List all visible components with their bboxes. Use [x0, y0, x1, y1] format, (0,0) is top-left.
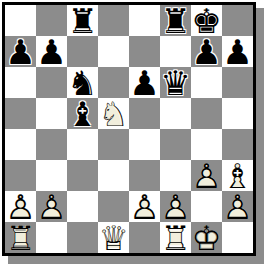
square-e5[interactable] [129, 98, 160, 129]
piece-black-pawn[interactable]: ♟ [191, 36, 222, 67]
square-e4[interactable] [129, 129, 160, 160]
king-icon: ♔ [191, 222, 222, 253]
piece-black-pawn[interactable]: ♟ [129, 67, 160, 98]
square-b2[interactable]: ♟♙ [36, 191, 67, 222]
pawn-icon: ♟ [36, 36, 67, 67]
piece-black-pawn[interactable]: ♟ [36, 36, 67, 67]
piece-black-rook[interactable]: ♜ [67, 5, 98, 36]
square-b4[interactable] [36, 129, 67, 160]
square-e8[interactable] [129, 5, 160, 36]
square-g6[interactable] [191, 67, 222, 98]
square-c4[interactable] [67, 129, 98, 160]
square-g7[interactable]: ♟ [191, 36, 222, 67]
chess-board: ♜♜♚♟♟♟♟♞♟♛♝♞♘♟♙♝♗♟♙♟♙♟♙♟♙♟♙♜♖♛♕♜♖♚♔ [5, 5, 253, 253]
square-c3[interactable] [67, 160, 98, 191]
piece-white-pawn[interactable]: ♟♙ [36, 191, 67, 222]
square-g3[interactable]: ♟♙ [191, 160, 222, 191]
square-g5[interactable] [191, 98, 222, 129]
queen-icon: ♕ [98, 222, 129, 253]
square-c8[interactable]: ♜ [67, 5, 98, 36]
square-d1[interactable]: ♛♕ [98, 222, 129, 253]
piece-white-queen[interactable]: ♛♕ [98, 222, 129, 253]
square-c2[interactable] [67, 191, 98, 222]
pawn-icon: ♟ [5, 36, 36, 67]
square-a6[interactable] [5, 67, 36, 98]
square-d4[interactable] [98, 129, 129, 160]
square-e6[interactable]: ♟ [129, 67, 160, 98]
square-e1[interactable] [129, 222, 160, 253]
rook-icon: ♖ [5, 222, 36, 253]
piece-white-rook[interactable]: ♜♖ [160, 222, 191, 253]
queen-icon: ♛ [160, 67, 191, 98]
piece-white-pawn[interactable]: ♟♙ [222, 191, 253, 222]
square-b1[interactable] [36, 222, 67, 253]
square-f8[interactable]: ♜ [160, 5, 191, 36]
piece-black-pawn[interactable]: ♟ [5, 36, 36, 67]
rook-icon: ♜ [67, 5, 98, 36]
pawn-icon: ♟ [129, 67, 160, 98]
square-c5[interactable]: ♝ [67, 98, 98, 129]
square-b7[interactable]: ♟ [36, 36, 67, 67]
square-h1[interactable] [222, 222, 253, 253]
rook-icon: ♜ [160, 5, 191, 36]
square-h5[interactable] [222, 98, 253, 129]
square-a1[interactable]: ♜♖ [5, 222, 36, 253]
chess-diagram: ♜♜♚♟♟♟♟♞♟♛♝♞♘♟♙♝♗♟♙♟♙♟♙♟♙♟♙♜♖♛♕♜♖♚♔ [0, 0, 264, 264]
piece-white-king[interactable]: ♚♔ [191, 222, 222, 253]
piece-white-rook[interactable]: ♜♖ [5, 222, 36, 253]
piece-black-pawn[interactable]: ♟ [222, 36, 253, 67]
square-d7[interactable] [98, 36, 129, 67]
pawn-icon: ♙ [36, 191, 67, 222]
square-c1[interactable] [67, 222, 98, 253]
pawn-icon: ♙ [222, 191, 253, 222]
piece-white-pawn[interactable]: ♟♙ [129, 191, 160, 222]
piece-black-bishop[interactable]: ♝ [67, 98, 98, 129]
square-a5[interactable] [5, 98, 36, 129]
pawn-icon: ♟ [191, 36, 222, 67]
square-b6[interactable] [36, 67, 67, 98]
square-h2[interactable]: ♟♙ [222, 191, 253, 222]
piece-white-pawn[interactable]: ♟♙ [191, 160, 222, 191]
piece-black-rook[interactable]: ♜ [160, 5, 191, 36]
piece-white-knight[interactable]: ♞♘ [98, 98, 129, 129]
pawn-icon: ♟ [222, 36, 253, 67]
square-f6[interactable]: ♛ [160, 67, 191, 98]
square-f5[interactable] [160, 98, 191, 129]
square-a7[interactable]: ♟ [5, 36, 36, 67]
square-g1[interactable]: ♚♔ [191, 222, 222, 253]
piece-black-queen[interactable]: ♛ [160, 67, 191, 98]
square-d3[interactable] [98, 160, 129, 191]
square-h6[interactable] [222, 67, 253, 98]
square-d8[interactable] [98, 5, 129, 36]
bishop-icon: ♝ [67, 98, 98, 129]
square-e2[interactable]: ♟♙ [129, 191, 160, 222]
square-a4[interactable] [5, 129, 36, 160]
square-h7[interactable]: ♟ [222, 36, 253, 67]
board-frame: ♜♜♚♟♟♟♟♞♟♛♝♞♘♟♙♝♗♟♙♟♙♟♙♟♙♟♙♜♖♛♕♜♖♚♔ [2, 2, 256, 256]
square-d5[interactable]: ♞♘ [98, 98, 129, 129]
rook-icon: ♖ [160, 222, 191, 253]
square-f4[interactable] [160, 129, 191, 160]
square-b5[interactable] [36, 98, 67, 129]
pawn-icon: ♙ [129, 191, 160, 222]
square-f1[interactable]: ♜♖ [160, 222, 191, 253]
pawn-icon: ♙ [191, 160, 222, 191]
knight-icon: ♘ [98, 98, 129, 129]
